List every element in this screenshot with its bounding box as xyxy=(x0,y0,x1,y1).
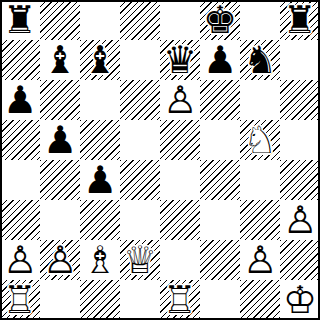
square-h6[interactable] xyxy=(280,80,320,120)
square-h3[interactable]: ♟♙ xyxy=(280,200,320,240)
square-c8[interactable] xyxy=(80,0,120,40)
square-b7[interactable]: ♝♝ xyxy=(40,40,80,80)
square-f8[interactable]: ♚♚ xyxy=(200,0,240,40)
square-a8[interactable]: ♜♜ xyxy=(0,0,40,40)
white-pawn: ♙ xyxy=(280,200,320,240)
square-e1[interactable]: ♜♖ xyxy=(160,280,200,320)
black-rook-halo: ♜ xyxy=(280,0,320,40)
square-f3[interactable] xyxy=(200,200,240,240)
black-queen: ♛ xyxy=(160,40,200,80)
square-e7[interactable]: ♛♛ xyxy=(160,40,200,80)
black-bishop-halo: ♝ xyxy=(40,40,80,80)
square-h4[interactable] xyxy=(280,160,320,200)
square-d1[interactable] xyxy=(120,280,160,320)
square-a5[interactable] xyxy=(0,120,40,160)
black-pawn: ♟ xyxy=(200,40,240,80)
square-g5[interactable]: ♞♘ xyxy=(240,120,280,160)
white-rook: ♖ xyxy=(160,280,200,320)
square-a3[interactable] xyxy=(0,200,40,240)
white-bishop-halo: ♝ xyxy=(80,240,120,280)
square-c2[interactable]: ♝♗ xyxy=(80,240,120,280)
square-g4[interactable] xyxy=(240,160,280,200)
black-rook: ♜ xyxy=(0,0,40,40)
black-pawn: ♟ xyxy=(80,160,120,200)
square-e5[interactable] xyxy=(160,120,200,160)
white-knight: ♘ xyxy=(240,120,280,160)
white-pawn: ♙ xyxy=(160,80,200,120)
black-pawn-halo: ♟ xyxy=(200,40,240,80)
black-rook: ♜ xyxy=(280,0,320,40)
square-d8[interactable] xyxy=(120,0,160,40)
black-rook-halo: ♜ xyxy=(0,0,40,40)
white-king: ♔ xyxy=(280,280,320,320)
square-h5[interactable] xyxy=(280,120,320,160)
white-pawn: ♙ xyxy=(0,240,40,280)
square-c3[interactable] xyxy=(80,200,120,240)
black-knight-halo: ♞ xyxy=(240,40,280,80)
square-d5[interactable] xyxy=(120,120,160,160)
square-b3[interactable] xyxy=(40,200,80,240)
white-rook-halo: ♜ xyxy=(160,280,200,320)
square-e3[interactable] xyxy=(160,200,200,240)
square-d6[interactable] xyxy=(120,80,160,120)
square-f1[interactable] xyxy=(200,280,240,320)
white-pawn-halo: ♟ xyxy=(0,240,40,280)
square-a4[interactable] xyxy=(0,160,40,200)
square-g2[interactable]: ♟♙ xyxy=(240,240,280,280)
square-b4[interactable] xyxy=(40,160,80,200)
square-e8[interactable] xyxy=(160,0,200,40)
black-knight: ♞ xyxy=(240,40,280,80)
square-f7[interactable]: ♟♟ xyxy=(200,40,240,80)
white-pawn-halo: ♟ xyxy=(280,200,320,240)
white-knight-halo: ♞ xyxy=(240,120,280,160)
square-h7[interactable] xyxy=(280,40,320,80)
white-pawn-halo: ♟ xyxy=(160,80,200,120)
square-a6[interactable]: ♟♟ xyxy=(0,80,40,120)
black-queen-halo: ♛ xyxy=(160,40,200,80)
square-a2[interactable]: ♟♙ xyxy=(0,240,40,280)
square-d7[interactable] xyxy=(120,40,160,80)
black-bishop-halo: ♝ xyxy=(80,40,120,80)
black-king: ♚ xyxy=(200,0,240,40)
black-pawn-halo: ♟ xyxy=(80,160,120,200)
black-pawn-halo: ♟ xyxy=(40,120,80,160)
square-b1[interactable] xyxy=(40,280,80,320)
square-b8[interactable] xyxy=(40,0,80,40)
square-b2[interactable]: ♟♙ xyxy=(40,240,80,280)
square-f5[interactable] xyxy=(200,120,240,160)
black-king-halo: ♚ xyxy=(200,0,240,40)
square-h1[interactable]: ♚♔ xyxy=(280,280,320,320)
black-pawn: ♟ xyxy=(0,80,40,120)
black-pawn-halo: ♟ xyxy=(0,80,40,120)
square-g3[interactable] xyxy=(240,200,280,240)
square-f6[interactable] xyxy=(200,80,240,120)
white-pawn: ♙ xyxy=(40,240,80,280)
square-b6[interactable] xyxy=(40,80,80,120)
square-g1[interactable] xyxy=(240,280,280,320)
square-h2[interactable] xyxy=(280,240,320,280)
black-pawn: ♟ xyxy=(40,120,80,160)
square-c6[interactable] xyxy=(80,80,120,120)
white-pawn-halo: ♟ xyxy=(40,240,80,280)
square-c1[interactable] xyxy=(80,280,120,320)
square-f2[interactable] xyxy=(200,240,240,280)
square-a7[interactable] xyxy=(0,40,40,80)
black-bishop: ♝ xyxy=(40,40,80,80)
square-h8[interactable]: ♜♜ xyxy=(280,0,320,40)
white-pawn-halo: ♟ xyxy=(240,240,280,280)
square-c7[interactable]: ♝♝ xyxy=(80,40,120,80)
white-king-halo: ♚ xyxy=(280,280,320,320)
white-pawn: ♙ xyxy=(240,240,280,280)
square-e6[interactable]: ♟♙ xyxy=(160,80,200,120)
square-b5[interactable]: ♟♟ xyxy=(40,120,80,160)
square-d4[interactable] xyxy=(120,160,160,200)
white-bishop: ♗ xyxy=(80,240,120,280)
square-c4[interactable]: ♟♟ xyxy=(80,160,120,200)
square-g6[interactable] xyxy=(240,80,280,120)
black-bishop: ♝ xyxy=(80,40,120,80)
square-d2[interactable]: ♛♕ xyxy=(120,240,160,280)
white-queen-halo: ♛ xyxy=(120,240,160,280)
white-queen: ♕ xyxy=(120,240,160,280)
square-g7[interactable]: ♞♞ xyxy=(240,40,280,80)
white-rook: ♖ xyxy=(0,280,40,320)
square-e4[interactable] xyxy=(160,160,200,200)
square-f4[interactable] xyxy=(200,160,240,200)
white-rook-halo: ♜ xyxy=(0,280,40,320)
square-a1[interactable]: ♜♖ xyxy=(0,280,40,320)
square-d3[interactable] xyxy=(120,200,160,240)
square-e2[interactable] xyxy=(160,240,200,280)
square-g8[interactable] xyxy=(240,0,280,40)
square-c5[interactable] xyxy=(80,120,120,160)
chess-board: ♜♜♚♚♜♜♝♝♝♝♛♛♟♟♞♞♟♟♟♙♟♟♞♘♟♟♟♙♟♙♟♙♝♗♛♕♟♙♜♖… xyxy=(0,0,320,320)
